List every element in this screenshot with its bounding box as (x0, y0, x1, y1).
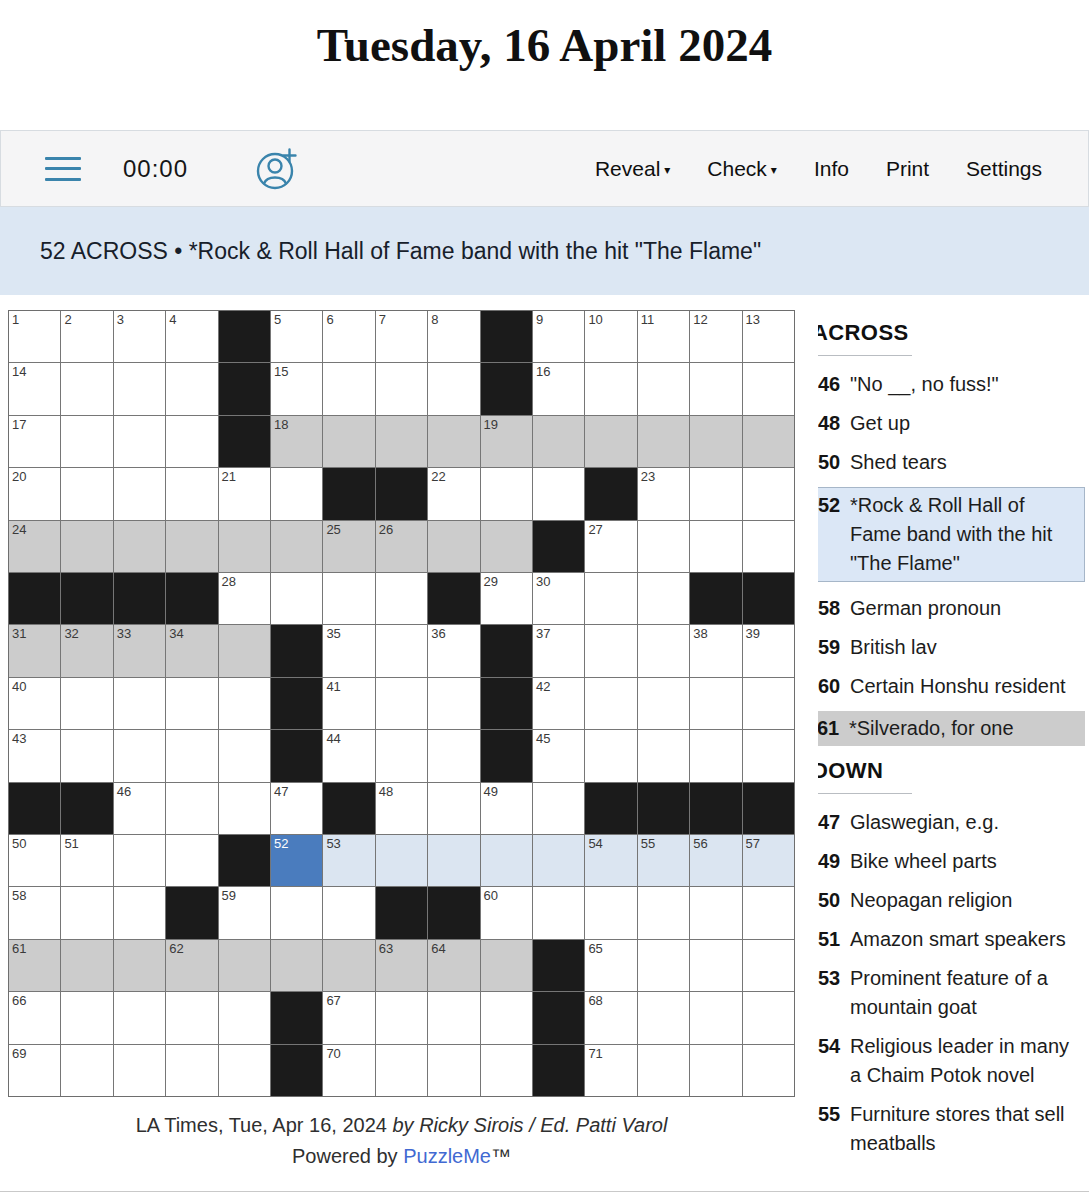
cell-r1c3[interactable]: 3 (114, 311, 165, 362)
cell-r15c2[interactable] (61, 1045, 112, 1096)
cell-r14c4[interactable] (166, 992, 217, 1043)
cell-r4c15[interactable] (743, 468, 794, 519)
add-user-icon[interactable] (254, 146, 300, 192)
byline: by Ricky Sirois / Ed. Patti Varol (392, 1114, 667, 1136)
cell-r9c4[interactable] (166, 730, 217, 781)
cell-number: 68 (588, 993, 602, 1008)
cell-number: 3 (117, 312, 124, 327)
cell-r12c6[interactable] (271, 887, 322, 938)
cell-number: 19 (484, 417, 498, 432)
cell-r5c5[interactable] (219, 521, 270, 572)
puzzleme-link[interactable]: PuzzleMe (403, 1145, 491, 1167)
cell-r10c11[interactable] (533, 783, 584, 834)
clue-58-across[interactable]: 58German pronoun (818, 594, 1085, 623)
cell-r8c14[interactable] (690, 678, 741, 729)
clue-number: 47 (818, 808, 850, 837)
clue-number: 50 (818, 448, 850, 477)
cell-r10c12 (585, 783, 636, 834)
clue-text: Shed tears (850, 448, 1085, 477)
cell-r12c11[interactable] (533, 887, 584, 938)
cell-r3c3[interactable] (114, 416, 165, 467)
cell-r8c8[interactable] (376, 678, 427, 729)
cell-r15c8[interactable] (376, 1045, 427, 1096)
cell-r11c6[interactable]: 52 (271, 835, 322, 886)
cell-r2c4[interactable] (166, 363, 217, 414)
cell-r15c7[interactable]: 70 (323, 1045, 374, 1096)
across-divider (818, 355, 912, 356)
cell-r4c12 (585, 468, 636, 519)
cell-r14c11 (533, 992, 584, 1043)
cell-r6c9 (428, 573, 479, 624)
cell-r2c2[interactable] (61, 363, 112, 414)
toolbar: 00:00 Reveal▾ Check▾ Info Print Settings (0, 130, 1089, 207)
cell-r8c1[interactable]: 40 (9, 678, 60, 729)
clue-48-across[interactable]: 48Get up (818, 409, 1085, 438)
cell-r12c5[interactable]: 59 (219, 887, 270, 938)
clue-number: 60 (818, 672, 850, 701)
cell-r3c9[interactable] (428, 416, 479, 467)
cell-r14c13[interactable] (638, 992, 689, 1043)
clue-text: "No __, no fuss!" (850, 370, 1085, 399)
cell-number: 70 (326, 1046, 340, 1061)
cell-number: 26 (379, 522, 393, 537)
cell-r3c5 (219, 416, 270, 467)
cell-r7c14[interactable]: 38 (690, 625, 741, 676)
cell-r11c14[interactable]: 56 (690, 835, 741, 886)
cell-r13c13[interactable] (638, 940, 689, 991)
cell-number: 15 (274, 364, 288, 379)
cell-number: 71 (588, 1046, 602, 1061)
down-divider (818, 793, 912, 794)
cell-r12c14[interactable] (690, 887, 741, 938)
cell-r1c2[interactable]: 2 (61, 311, 112, 362)
clue-number: 52 (818, 491, 850, 578)
cell-r15c9[interactable] (428, 1045, 479, 1096)
cell-r14c5[interactable] (219, 992, 270, 1043)
cell-r3c1[interactable]: 17 (9, 416, 60, 467)
cell-r10c3[interactable]: 46 (114, 783, 165, 834)
cell-r13c1[interactable]: 61 (9, 940, 60, 991)
cell-r12c12[interactable] (585, 887, 636, 938)
cell-r7c15[interactable]: 39 (743, 625, 794, 676)
cell-r15c13[interactable] (638, 1045, 689, 1096)
cell-r14c15[interactable] (743, 992, 794, 1043)
cell-r9c6 (271, 730, 322, 781)
cell-number: 31 (12, 626, 26, 641)
cell-r15c4[interactable] (166, 1045, 217, 1096)
clue-52-across[interactable]: 52*Rock & Roll Hall of Fame band with th… (818, 487, 1085, 582)
cell-r10c7 (323, 783, 374, 834)
clue-text: Certain Honshu resident (850, 672, 1085, 701)
cell-r8c13[interactable] (638, 678, 689, 729)
cell-r12c1[interactable]: 58 (9, 887, 60, 938)
cell-r7c1[interactable]: 31 (9, 625, 60, 676)
clue-47-down[interactable]: 47Glaswegian, e.g. (818, 808, 1085, 837)
cell-r3c6[interactable]: 18 (271, 416, 322, 467)
cell-r11c2[interactable]: 51 (61, 835, 112, 886)
cell-r4c11[interactable] (533, 468, 584, 519)
cell-number: 28 (222, 574, 236, 589)
crossword-grid[interactable]: 1234567891011121314151617181920212223242… (8, 310, 795, 1097)
cell-r4c8 (376, 468, 427, 519)
cell-number: 13 (746, 312, 760, 327)
cell-r6c15 (743, 573, 794, 624)
cell-number: 35 (326, 626, 340, 641)
cell-r10c10[interactable]: 49 (481, 783, 532, 834)
cell-r10c1 (9, 783, 60, 834)
cell-number: 18 (274, 417, 288, 432)
clue-61-across[interactable]: 61*Silverado, for one (818, 711, 1085, 746)
cell-r2c1[interactable]: 14 (9, 363, 60, 414)
cell-r14c2[interactable] (61, 992, 112, 1043)
cell-r3c12[interactable] (585, 416, 636, 467)
cell-r7c4[interactable]: 34 (166, 625, 217, 676)
cell-number: 10 (588, 312, 602, 327)
cell-r6c11[interactable]: 30 (533, 573, 584, 624)
clue-text: Glaswegian, e.g. (850, 808, 1085, 837)
cell-number: 29 (484, 574, 498, 589)
cell-r2c3[interactable] (114, 363, 165, 414)
cell-r11c9[interactable] (428, 835, 479, 886)
cell-r5c11 (533, 521, 584, 572)
cell-r7c11[interactable]: 37 (533, 625, 584, 676)
cell-r3c7[interactable] (323, 416, 374, 467)
clue-59-across[interactable]: 59British lav (818, 633, 1085, 662)
cell-r14c8[interactable] (376, 992, 427, 1043)
cell-r14c9[interactable] (428, 992, 479, 1043)
cell-r3c4[interactable] (166, 416, 217, 467)
cell-r13c11 (533, 940, 584, 991)
cell-r7c13[interactable] (638, 625, 689, 676)
cell-r9c14[interactable] (690, 730, 741, 781)
cell-r1c11[interactable]: 9 (533, 311, 584, 362)
cell-r2c6[interactable]: 15 (271, 363, 322, 414)
cell-r15c5[interactable] (219, 1045, 270, 1096)
cell-r4c10[interactable] (481, 468, 532, 519)
cell-r10c9[interactable] (428, 783, 479, 834)
cell-r8c11[interactable]: 42 (533, 678, 584, 729)
cell-r6c6[interactable] (271, 573, 322, 624)
cell-number: 42 (536, 679, 550, 694)
cell-r11c8[interactable] (376, 835, 427, 886)
cell-r8c12[interactable] (585, 678, 636, 729)
cell-r6c4 (166, 573, 217, 624)
cell-number: 48 (379, 784, 393, 799)
cell-r14c3[interactable] (114, 992, 165, 1043)
cell-r2c13[interactable] (638, 363, 689, 414)
cell-r11c11[interactable] (533, 835, 584, 886)
cell-r8c7[interactable]: 41 (323, 678, 374, 729)
cell-r11c15[interactable]: 57 (743, 835, 794, 886)
cell-r5c15[interactable] (743, 521, 794, 572)
cell-r4c3[interactable] (114, 468, 165, 519)
cell-r11c4[interactable] (166, 835, 217, 886)
cell-r15c12[interactable]: 71 (585, 1045, 636, 1096)
clue-text: British lav (850, 633, 1085, 662)
reveal-button[interactable]: Reveal▾ (595, 157, 670, 181)
clue-50-down[interactable]: 50Neopagan religion (818, 886, 1085, 915)
cell-r9c2[interactable] (61, 730, 112, 781)
cell-r12c2[interactable] (61, 887, 112, 938)
clue-text: *Rock & Roll Hall of Fame band with the … (850, 491, 1080, 578)
cell-number: 2 (64, 312, 71, 327)
clue-49-down[interactable]: 49Bike wheel parts (818, 847, 1085, 876)
cell-r3c10[interactable]: 19 (481, 416, 532, 467)
cell-r13c4[interactable]: 62 (166, 940, 217, 991)
cell-r2c9[interactable] (428, 363, 479, 414)
menu-icon[interactable] (45, 157, 81, 181)
timer[interactable]: 00:00 (123, 155, 188, 183)
cell-r5c13[interactable] (638, 521, 689, 572)
cell-r10c6[interactable]: 47 (271, 783, 322, 834)
clue-46-across[interactable]: 46"No __, no fuss!" (818, 370, 1085, 399)
cell-r8c9[interactable] (428, 678, 479, 729)
cell-r8c3[interactable] (114, 678, 165, 729)
clue-50-across[interactable]: 50Shed tears (818, 448, 1085, 477)
cell-number: 21 (222, 469, 236, 484)
clue-text: Religious leader in many a Chaim Potok n… (850, 1032, 1085, 1090)
cell-r9c3[interactable] (114, 730, 165, 781)
cell-r6c10[interactable]: 29 (481, 573, 532, 624)
cell-r1c15[interactable]: 13 (743, 311, 794, 362)
cell-r14c14[interactable] (690, 992, 741, 1043)
cell-r1c1[interactable]: 1 (9, 311, 60, 362)
cell-r10c4[interactable] (166, 783, 217, 834)
cell-r11c1[interactable]: 50 (9, 835, 60, 886)
cell-r7c5[interactable] (219, 625, 270, 676)
cell-r13c6[interactable] (271, 940, 322, 991)
cell-r15c1[interactable]: 69 (9, 1045, 60, 1096)
cell-r4c4[interactable] (166, 468, 217, 519)
cell-r10c13 (638, 783, 689, 834)
cell-r9c12[interactable] (585, 730, 636, 781)
cell-r12c7[interactable] (323, 887, 374, 938)
cell-r7c7[interactable]: 35 (323, 625, 374, 676)
cell-r12c9 (428, 887, 479, 938)
cell-number: 46 (117, 784, 131, 799)
cell-r3c14[interactable] (690, 416, 741, 467)
cell-r9c10 (481, 730, 532, 781)
cell-r5c8[interactable]: 26 (376, 521, 427, 572)
cell-r14c6 (271, 992, 322, 1043)
print-button[interactable]: Print (886, 157, 929, 181)
clue-text: Amazon smart speakers (850, 925, 1085, 954)
cell-r7c10 (481, 625, 532, 676)
cell-r12c15[interactable] (743, 887, 794, 938)
cell-r1c8[interactable]: 7 (376, 311, 427, 362)
cell-r3c8[interactable] (376, 416, 427, 467)
info-button[interactable]: Info (814, 157, 849, 181)
cell-r15c6 (271, 1045, 322, 1096)
cell-r13c14[interactable] (690, 940, 741, 991)
cell-r8c2[interactable] (61, 678, 112, 729)
cell-r5c3[interactable] (114, 521, 165, 572)
cell-number: 54 (588, 836, 602, 851)
cell-r14c12[interactable]: 68 (585, 992, 636, 1043)
cell-r6c1 (9, 573, 60, 624)
cell-r7c3[interactable]: 33 (114, 625, 165, 676)
cell-r4c13[interactable]: 23 (638, 468, 689, 519)
cell-r4c2[interactable] (61, 468, 112, 519)
cell-r7c12[interactable] (585, 625, 636, 676)
cell-r2c7[interactable] (323, 363, 374, 414)
cell-r9c9[interactable] (428, 730, 479, 781)
cell-r12c4 (166, 887, 217, 938)
cell-r5c10[interactable] (481, 521, 532, 572)
across-clues: 46"No __, no fuss!"48Get up50Shed tears5… (818, 370, 1085, 746)
cell-r4c7 (323, 468, 374, 519)
clue-55-down[interactable]: 55Furniture stores that sell meatballs (818, 1100, 1085, 1158)
cell-number: 58 (12, 888, 26, 903)
cell-r4c14[interactable] (690, 468, 741, 519)
cell-r7c2[interactable]: 32 (61, 625, 112, 676)
cell-number: 9 (536, 312, 543, 327)
cell-r15c14[interactable] (690, 1045, 741, 1096)
cell-r9c5[interactable] (219, 730, 270, 781)
cell-number: 47 (274, 784, 288, 799)
cell-r7c9[interactable]: 36 (428, 625, 479, 676)
cell-r3c2[interactable] (61, 416, 112, 467)
cell-r14c1[interactable]: 66 (9, 992, 60, 1043)
cell-r5c12[interactable]: 27 (585, 521, 636, 572)
cell-r6c5[interactable]: 28 (219, 573, 270, 624)
cell-r6c3 (114, 573, 165, 624)
cell-number: 17 (12, 417, 26, 432)
cell-r9c13[interactable] (638, 730, 689, 781)
cell-r13c8[interactable]: 63 (376, 940, 427, 991)
cell-number: 6 (326, 312, 333, 327)
cell-r2c15[interactable] (743, 363, 794, 414)
cell-r10c2 (61, 783, 112, 834)
cell-r1c7[interactable]: 6 (323, 311, 374, 362)
cell-r4c1[interactable]: 20 (9, 468, 60, 519)
cell-r8c5[interactable] (219, 678, 270, 729)
cell-r5c4[interactable] (166, 521, 217, 572)
cell-r5c2[interactable] (61, 521, 112, 572)
cell-r1c12[interactable]: 10 (585, 311, 636, 362)
cell-r1c13[interactable]: 11 (638, 311, 689, 362)
cell-r15c15[interactable] (743, 1045, 794, 1096)
cell-r11c5 (219, 835, 270, 886)
cell-r4c6[interactable] (271, 468, 322, 519)
cell-r5c7[interactable]: 25 (323, 521, 374, 572)
cell-r12c13[interactable] (638, 887, 689, 938)
clue-number: 48 (818, 409, 850, 438)
clue-54-down[interactable]: 54Religious leader in many a Chaim Potok… (818, 1032, 1085, 1090)
cell-number: 14 (12, 364, 26, 379)
settings-button[interactable]: Settings (966, 157, 1042, 181)
cell-r1c4[interactable]: 4 (166, 311, 217, 362)
cell-r6c13[interactable] (638, 573, 689, 624)
cell-r3c13[interactable] (638, 416, 689, 467)
cell-number: 52 (274, 836, 288, 851)
cell-r6c8[interactable] (376, 573, 427, 624)
cell-number: 66 (12, 993, 26, 1008)
cell-r7c8[interactable] (376, 625, 427, 676)
cell-r10c5[interactable] (219, 783, 270, 834)
cell-r4c9[interactable]: 22 (428, 468, 479, 519)
cell-r6c7[interactable] (323, 573, 374, 624)
cell-r9c11[interactable]: 45 (533, 730, 584, 781)
cell-r7c6 (271, 625, 322, 676)
cell-r15c10[interactable] (481, 1045, 532, 1096)
cell-r1c6[interactable]: 5 (271, 311, 322, 362)
active-clue-bar: 52 ACROSS • *Rock & Roll Hall of Fame ba… (0, 207, 1089, 295)
cell-r2c14[interactable] (690, 363, 741, 414)
clue-51-down[interactable]: 51Amazon smart speakers (818, 925, 1085, 954)
cell-r3c15[interactable] (743, 416, 794, 467)
caret-down-icon: ▾ (664, 163, 670, 177)
check-button[interactable]: Check▾ (707, 157, 777, 181)
cell-r4c5[interactable]: 21 (219, 468, 270, 519)
cell-r8c4[interactable] (166, 678, 217, 729)
cell-r13c2[interactable] (61, 940, 112, 991)
cell-r13c9[interactable]: 64 (428, 940, 479, 991)
cell-r10c8[interactable]: 48 (376, 783, 427, 834)
cell-r11c12[interactable]: 54 (585, 835, 636, 886)
clue-number: 59 (818, 633, 850, 662)
down-heading: DOWN (818, 758, 1085, 784)
cell-number: 39 (746, 626, 760, 641)
cell-number: 33 (117, 626, 131, 641)
cell-r5c1[interactable]: 24 (9, 521, 60, 572)
cell-r5c9[interactable] (428, 521, 479, 572)
clue-text: Get up (850, 409, 1085, 438)
cell-r10c15 (743, 783, 794, 834)
cell-r13c12[interactable]: 65 (585, 940, 636, 991)
cell-r13c3[interactable] (114, 940, 165, 991)
cell-r13c15[interactable] (743, 940, 794, 991)
cell-number: 69 (12, 1046, 26, 1061)
cell-r1c9[interactable]: 8 (428, 311, 479, 362)
cell-r11c10[interactable] (481, 835, 532, 886)
cell-r1c14[interactable]: 12 (690, 311, 741, 362)
clue-53-down[interactable]: 53Prominent feature of a mountain goat (818, 964, 1085, 1022)
cell-number: 44 (326, 731, 340, 746)
cell-r9c15[interactable] (743, 730, 794, 781)
cell-r13c10[interactable] (481, 940, 532, 991)
cell-number: 11 (641, 312, 655, 327)
cell-number: 5 (274, 312, 281, 327)
clue-60-across[interactable]: 60Certain Honshu resident (818, 672, 1085, 701)
cell-r12c3[interactable] (114, 887, 165, 938)
cell-r2c12[interactable] (585, 363, 636, 414)
cell-number: 49 (484, 784, 498, 799)
cell-r11c13[interactable]: 55 (638, 835, 689, 886)
clue-text: Bike wheel parts (850, 847, 1085, 876)
cell-r12c10[interactable]: 60 (481, 887, 532, 938)
cell-r13c7[interactable] (323, 940, 374, 991)
cell-r14c7[interactable]: 67 (323, 992, 374, 1043)
cell-r13c5[interactable] (219, 940, 270, 991)
cell-r14c10[interactable] (481, 992, 532, 1043)
cell-r15c3[interactable] (114, 1045, 165, 1096)
cell-r11c7[interactable]: 53 (323, 835, 374, 886)
cell-r8c15[interactable] (743, 678, 794, 729)
cell-r9c7[interactable]: 44 (323, 730, 374, 781)
cell-r2c11[interactable]: 16 (533, 363, 584, 414)
cell-r9c1[interactable]: 43 (9, 730, 60, 781)
cell-r5c14[interactable] (690, 521, 741, 572)
cell-r6c12[interactable] (585, 573, 636, 624)
cell-r2c8[interactable] (376, 363, 427, 414)
cell-r11c3[interactable] (114, 835, 165, 886)
cell-number: 41 (326, 679, 340, 694)
cell-r3c11[interactable] (533, 416, 584, 467)
cell-r9c8[interactable] (376, 730, 427, 781)
cell-r5c6[interactable] (271, 521, 322, 572)
cell-number: 64 (431, 941, 445, 956)
